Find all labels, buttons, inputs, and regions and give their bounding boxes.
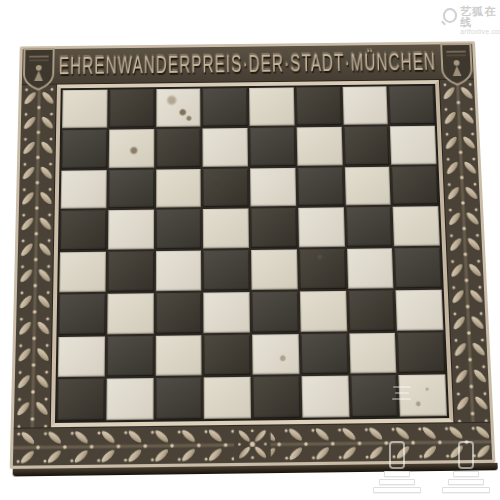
square-f5 — [298, 208, 345, 248]
square-f6 — [297, 167, 343, 206]
inscription-text: EHRENWANDERPREIS·DER·STADT·MÜNCHEN — [59, 48, 437, 79]
square-b5 — [108, 210, 154, 250]
watermark-cn-text: 艺狐在线 — [460, 6, 500, 28]
square-d6 — [203, 168, 249, 207]
square-f7 — [296, 127, 342, 166]
square-a5 — [60, 210, 106, 250]
square-g5 — [345, 207, 392, 247]
square-d2 — [204, 334, 251, 375]
square-e7 — [250, 127, 296, 166]
square-e6 — [250, 167, 296, 206]
square-c6 — [156, 169, 201, 208]
square-d7 — [203, 128, 248, 167]
square-d8 — [202, 88, 247, 126]
square-f2 — [300, 333, 347, 374]
square-d4 — [203, 250, 249, 290]
square-c2 — [155, 335, 202, 376]
square-g2 — [349, 332, 397, 373]
square-a4 — [59, 252, 105, 292]
square-b6 — [108, 169, 154, 208]
square-f3 — [300, 291, 347, 332]
watermark-pedestal-icon — [441, 441, 491, 493]
pedestal-top — [458, 441, 474, 469]
square-g4 — [347, 248, 394, 288]
square-e5 — [251, 208, 297, 248]
square-a1 — [57, 379, 104, 421]
watermark-artfox: 艺狐在线 artfoxlive.com — [443, 6, 500, 36]
square-g6 — [344, 166, 390, 205]
square-b8 — [109, 89, 154, 127]
munich-shield-icon — [21, 47, 57, 92]
square-e8 — [249, 87, 294, 125]
square-e3 — [252, 291, 299, 332]
square-h4 — [394, 248, 441, 288]
square-b7 — [109, 129, 154, 168]
square-b2 — [106, 335, 153, 376]
square-d1 — [204, 377, 251, 419]
square-h2 — [397, 332, 445, 373]
watermark-lines — [392, 386, 411, 400]
square-g1 — [350, 375, 398, 417]
square-h7 — [390, 125, 436, 164]
square-f1 — [301, 376, 349, 418]
square-e2 — [252, 334, 299, 375]
square-g7 — [343, 126, 389, 165]
watermark-pedestal-icon — [372, 441, 422, 493]
checkerboard-area — [51, 80, 454, 427]
square-b4 — [107, 251, 153, 291]
square-h6 — [391, 166, 438, 205]
square-c3 — [155, 292, 201, 333]
munich-shield-icon — [438, 42, 475, 87]
square-b3 — [107, 293, 153, 334]
square-c8 — [156, 89, 201, 127]
square-d5 — [203, 209, 249, 249]
magnifier-icon — [443, 8, 457, 23]
square-h3 — [396, 289, 444, 330]
square-a6 — [61, 170, 107, 209]
square-c1 — [155, 378, 202, 420]
square-f4 — [299, 249, 346, 289]
square-b1 — [106, 378, 153, 420]
photo-stage: EHRENWANDERPREIS·DER·STADT·MÜNCHEN — [0, 0, 500, 500]
square-a2 — [58, 336, 105, 377]
square-e1 — [253, 376, 300, 418]
pedestal-top — [389, 441, 405, 469]
square-a3 — [59, 294, 106, 335]
inscription-band: EHRENWANDERPREIS·DER·STADT·MÜNCHEN — [22, 44, 474, 85]
square-c5 — [155, 209, 201, 249]
square-a7 — [61, 129, 107, 168]
square-c4 — [155, 251, 201, 291]
square-g8 — [342, 86, 388, 124]
square-a8 — [62, 90, 107, 128]
square-f8 — [296, 87, 342, 125]
square-g3 — [348, 290, 395, 331]
square-c7 — [156, 128, 201, 167]
laurel-border-left — [14, 85, 57, 428]
square-h5 — [393, 206, 440, 246]
square-h8 — [389, 86, 435, 124]
square-e4 — [251, 249, 298, 289]
board-grid — [57, 86, 447, 421]
square-d3 — [203, 292, 250, 333]
chessboard: EHRENWANDERPREIS·DER·STADT·MÜNCHEN — [10, 41, 496, 469]
board-frame: EHRENWANDERPREIS·DER·STADT·MÜNCHEN — [10, 41, 496, 469]
watermark-url-text: artfoxlive.com — [460, 29, 500, 36]
